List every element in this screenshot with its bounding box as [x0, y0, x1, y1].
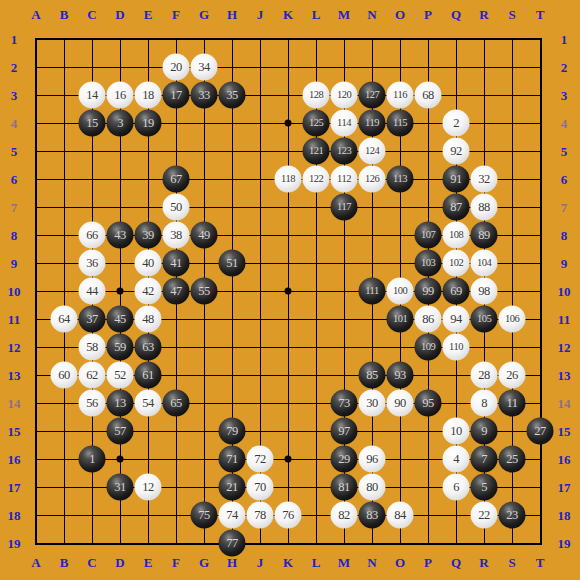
col-label-top-T: T: [536, 8, 545, 21]
move-number: 85: [366, 369, 378, 382]
row-label-left-12: 12: [8, 341, 21, 354]
move-number: 89: [478, 229, 490, 242]
move-number: 112: [337, 174, 351, 185]
move-number: 80: [366, 481, 378, 494]
move-number: 34: [198, 61, 210, 74]
move-number: 59: [114, 341, 126, 354]
move-number: 106: [505, 314, 519, 325]
move-number: 16: [114, 89, 126, 102]
stone-black-35-H3[interactable]: 35: [219, 82, 246, 109]
move-number: 92: [450, 145, 462, 158]
move-number: 54: [142, 397, 154, 410]
row-label-left-17: 17: [8, 481, 21, 494]
move-number: 67: [170, 173, 182, 186]
row-label-right-12: 12: [558, 341, 571, 354]
row-label-right-2: 2: [561, 61, 568, 74]
row-label-left-6: 6: [11, 173, 18, 186]
stone-black-109-P12[interactable]: 109: [415, 334, 442, 361]
stone-black-73-M14[interactable]: 73: [331, 390, 358, 417]
row-label-left-4: 4: [11, 117, 18, 130]
move-number: 7: [481, 453, 487, 466]
stone-white-56-C14[interactable]: 56: [79, 390, 106, 417]
stone-black-15-C4[interactable]: 15: [79, 110, 106, 137]
row-label-left-3: 3: [11, 89, 18, 102]
stone-white-18-E3[interactable]: 18: [135, 82, 162, 109]
stone-white-84-O18[interactable]: 84: [387, 502, 414, 529]
stone-white-96-N16[interactable]: 96: [359, 446, 386, 473]
col-label-top-F: F: [172, 8, 180, 21]
col-label-bottom-F: F: [172, 556, 180, 569]
stone-black-37-C11[interactable]: 37: [79, 306, 106, 333]
stone-black-49-G8[interactable]: 49: [191, 222, 218, 249]
stone-white-66-C8[interactable]: 66: [79, 222, 106, 249]
stone-white-98-R10[interactable]: 98: [471, 278, 498, 305]
stone-black-59-D12[interactable]: 59: [107, 334, 134, 361]
move-number: 32: [478, 173, 490, 186]
stone-black-17-F3[interactable]: 17: [163, 82, 190, 109]
stone-white-32-R6[interactable]: 32: [471, 166, 498, 193]
stone-white-50-F7[interactable]: 50: [163, 194, 190, 221]
stone-white-64-B11[interactable]: 64: [51, 306, 78, 333]
stone-white-82-M18[interactable]: 82: [331, 502, 358, 529]
stone-white-116-O3[interactable]: 116: [387, 82, 414, 109]
stone-white-90-O14[interactable]: 90: [387, 390, 414, 417]
move-number: 120: [337, 90, 351, 101]
row-label-right-19: 19: [558, 537, 571, 550]
move-number: 15: [86, 117, 98, 130]
move-number: 19: [142, 117, 154, 130]
stone-white-104-R9[interactable]: 104: [471, 250, 498, 277]
stone-black-55-G10[interactable]: 55: [191, 278, 218, 305]
move-number: 69: [450, 285, 462, 298]
move-number: 76: [282, 509, 294, 522]
stone-black-79-H15[interactable]: 79: [219, 418, 246, 445]
row-label-left-18: 18: [8, 509, 21, 522]
move-number: 23: [506, 509, 518, 522]
stone-black-27-T15[interactable]: 27: [527, 418, 554, 445]
col-label-top-P: P: [424, 8, 432, 21]
stone-white-52-D13[interactable]: 52: [107, 362, 134, 389]
row-label-right-15: 15: [558, 425, 571, 438]
col-label-bottom-T: T: [536, 556, 545, 569]
stone-white-118-K6[interactable]: 118: [275, 166, 302, 193]
stone-black-101-O11[interactable]: 101: [387, 306, 414, 333]
col-label-bottom-A: A: [31, 556, 40, 569]
stone-black-31-D17[interactable]: 31: [107, 474, 134, 501]
stone-black-87-Q7[interactable]: 87: [443, 194, 470, 221]
stone-black-61-E13[interactable]: 61: [135, 362, 162, 389]
row-label-left-15: 15: [8, 425, 21, 438]
stone-white-70-J17[interactable]: 70: [247, 474, 274, 501]
move-number: 128: [309, 90, 323, 101]
move-number: 102: [449, 258, 463, 269]
move-number: 115: [393, 118, 407, 129]
move-number: 3: [117, 117, 123, 130]
stone-white-40-E9[interactable]: 40: [135, 250, 162, 277]
move-number: 108: [449, 230, 463, 241]
stone-black-107-P8[interactable]: 107: [415, 222, 442, 249]
col-label-bottom-G: G: [199, 556, 209, 569]
col-label-bottom-R: R: [479, 556, 488, 569]
stone-white-60-B13[interactable]: 60: [51, 362, 78, 389]
move-number: 121: [309, 146, 323, 157]
stone-black-7-R16[interactable]: 7: [471, 446, 498, 473]
star-point-K10: [285, 288, 292, 295]
stone-white-108-Q8[interactable]: 108: [443, 222, 470, 249]
stone-white-128-L3[interactable]: 128: [303, 82, 330, 109]
move-number: 65: [170, 397, 182, 410]
col-label-top-R: R: [479, 8, 488, 21]
col-label-top-L: L: [312, 8, 321, 21]
col-label-bottom-K: K: [283, 556, 293, 569]
stone-black-93-O13[interactable]: 93: [387, 362, 414, 389]
col-label-bottom-H: H: [227, 556, 237, 569]
stone-white-48-E11[interactable]: 48: [135, 306, 162, 333]
move-number: 83: [366, 509, 378, 522]
move-number: 127: [365, 90, 379, 101]
row-label-right-6: 6: [561, 173, 568, 186]
stone-white-114-M4[interactable]: 114: [331, 110, 358, 137]
stone-black-105-R11[interactable]: 105: [471, 306, 498, 333]
move-number: 71: [226, 453, 238, 466]
stone-white-100-O10[interactable]: 100: [387, 278, 414, 305]
move-number: 10: [450, 425, 462, 438]
stone-white-16-D3[interactable]: 16: [107, 82, 134, 109]
move-number: 42: [142, 285, 154, 298]
stone-black-103-P9[interactable]: 103: [415, 250, 442, 277]
col-label-bottom-O: O: [395, 556, 405, 569]
move-number: 26: [506, 369, 518, 382]
stone-white-76-K18[interactable]: 76: [275, 502, 302, 529]
stone-black-111-N10[interactable]: 111: [359, 278, 386, 305]
move-number: 5: [481, 481, 487, 494]
stone-white-4-Q16[interactable]: 4: [443, 446, 470, 473]
move-number: 11: [506, 397, 517, 410]
move-number: 123: [337, 146, 351, 157]
move-number: 116: [393, 90, 407, 101]
move-number: 22: [478, 509, 490, 522]
row-label-right-14: 14: [558, 397, 571, 410]
move-number: 29: [338, 453, 350, 466]
stone-white-8-R14[interactable]: 8: [471, 390, 498, 417]
col-label-bottom-J: J: [257, 556, 264, 569]
stone-black-9-R15[interactable]: 9: [471, 418, 498, 445]
move-number: 30: [366, 397, 378, 410]
move-number: 51: [226, 257, 238, 270]
stone-black-47-F10[interactable]: 47: [163, 278, 190, 305]
stone-white-78-J18[interactable]: 78: [247, 502, 274, 529]
row-label-left-11: 11: [8, 313, 20, 326]
stone-white-36-C9[interactable]: 36: [79, 250, 106, 277]
stone-white-92-Q5[interactable]: 92: [443, 138, 470, 165]
move-number: 119: [365, 118, 379, 129]
stone-black-125-L4[interactable]: 125: [303, 110, 330, 137]
move-number: 49: [198, 229, 210, 242]
col-label-bottom-B: B: [60, 556, 69, 569]
move-number: 104: [477, 258, 491, 269]
stone-black-97-M15[interactable]: 97: [331, 418, 358, 445]
stone-black-5-R17[interactable]: 5: [471, 474, 498, 501]
row-label-right-7: 7: [561, 201, 568, 214]
row-label-left-7: 7: [11, 201, 18, 214]
stone-white-112-M6[interactable]: 112: [331, 166, 358, 193]
row-label-left-5: 5: [11, 145, 18, 158]
stone-white-28-R13[interactable]: 28: [471, 362, 498, 389]
col-label-bottom-M: M: [338, 556, 350, 569]
stone-black-117-M7[interactable]: 117: [331, 194, 358, 221]
move-number: 113: [393, 174, 407, 185]
stone-black-91-Q6[interactable]: 91: [443, 166, 470, 193]
move-number: 64: [58, 313, 70, 326]
stone-black-57-D15[interactable]: 57: [107, 418, 134, 445]
move-number: 111: [365, 286, 378, 297]
move-number: 25: [506, 453, 518, 466]
stone-black-123-M5[interactable]: 123: [331, 138, 358, 165]
col-label-top-A: A: [31, 8, 40, 21]
stone-black-25-S16[interactable]: 25: [499, 446, 526, 473]
stone-black-3-D4[interactable]: 3: [107, 110, 134, 137]
row-label-left-14: 14: [8, 397, 21, 410]
stone-white-126-N6[interactable]: 126: [359, 166, 386, 193]
stone-black-99-P10[interactable]: 99: [415, 278, 442, 305]
stone-white-44-C10[interactable]: 44: [79, 278, 106, 305]
stone-white-68-P3[interactable]: 68: [415, 82, 442, 109]
col-label-bottom-Q: Q: [451, 556, 461, 569]
move-number: 41: [170, 257, 182, 270]
stone-black-11-S14[interactable]: 11: [499, 390, 526, 417]
move-number: 77: [226, 537, 238, 550]
go-board[interactable]: AABBCCDDEEFFGGHHJJKKLLMMNNOOPPQQRRSSTT11…: [0, 0, 580, 580]
stone-black-127-N3[interactable]: 127: [359, 82, 386, 109]
move-number: 47: [170, 285, 182, 298]
move-number: 33: [198, 89, 210, 102]
stone-white-58-C12[interactable]: 58: [79, 334, 106, 361]
stone-black-23-S18[interactable]: 23: [499, 502, 526, 529]
move-number: 99: [422, 285, 434, 298]
move-number: 39: [142, 229, 154, 242]
stone-black-89-R8[interactable]: 89: [471, 222, 498, 249]
stone-white-42-E10[interactable]: 42: [135, 278, 162, 305]
stone-white-88-R7[interactable]: 88: [471, 194, 498, 221]
star-point-D16: [117, 456, 124, 463]
move-number: 78: [254, 509, 266, 522]
stone-white-106-S11[interactable]: 106: [499, 306, 526, 333]
move-number: 44: [86, 285, 98, 298]
stone-white-94-Q11[interactable]: 94: [443, 306, 470, 333]
col-label-top-G: G: [199, 8, 209, 21]
row-label-right-5: 5: [561, 145, 568, 158]
move-number: 79: [226, 425, 238, 438]
row-label-right-18: 18: [558, 509, 571, 522]
move-number: 72: [254, 453, 266, 466]
col-label-top-N: N: [367, 8, 376, 21]
row-label-right-17: 17: [558, 481, 571, 494]
move-number: 52: [114, 369, 126, 382]
move-number: 28: [478, 369, 490, 382]
stone-white-74-H18[interactable]: 74: [219, 502, 246, 529]
row-label-left-16: 16: [8, 453, 21, 466]
move-number: 122: [309, 174, 323, 185]
stone-white-30-N14[interactable]: 30: [359, 390, 386, 417]
row-label-right-16: 16: [558, 453, 571, 466]
move-number: 8: [481, 397, 487, 410]
move-number: 48: [142, 313, 154, 326]
move-number: 114: [337, 118, 351, 129]
col-label-bottom-D: D: [115, 556, 124, 569]
move-number: 100: [393, 286, 407, 297]
move-number: 45: [114, 313, 126, 326]
move-number: 73: [338, 397, 350, 410]
stone-white-10-Q15[interactable]: 10: [443, 418, 470, 445]
move-number: 84: [394, 509, 406, 522]
row-label-right-3: 3: [561, 89, 568, 102]
stone-black-75-G18[interactable]: 75: [191, 502, 218, 529]
stone-white-22-R18[interactable]: 22: [471, 502, 498, 529]
move-number: 105: [477, 314, 491, 325]
move-number: 57: [114, 425, 126, 438]
stone-white-124-N5[interactable]: 124: [359, 138, 386, 165]
row-label-right-1: 1: [561, 33, 568, 46]
row-label-left-8: 8: [11, 229, 18, 242]
stone-black-113-O6[interactable]: 113: [387, 166, 414, 193]
stone-black-83-N18[interactable]: 83: [359, 502, 386, 529]
col-label-top-K: K: [283, 8, 293, 21]
stone-white-34-G2[interactable]: 34: [191, 54, 218, 81]
stone-black-121-L5[interactable]: 121: [303, 138, 330, 165]
stone-black-45-D11[interactable]: 45: [107, 306, 134, 333]
col-label-top-O: O: [395, 8, 405, 21]
col-label-top-J: J: [257, 8, 264, 21]
move-number: 40: [142, 257, 154, 270]
stone-black-67-F6[interactable]: 67: [163, 166, 190, 193]
stone-white-26-S13[interactable]: 26: [499, 362, 526, 389]
stone-white-54-E14[interactable]: 54: [135, 390, 162, 417]
stone-white-102-Q9[interactable]: 102: [443, 250, 470, 277]
move-number: 17: [170, 89, 182, 102]
move-number: 27: [534, 425, 546, 438]
col-label-top-S: S: [508, 8, 515, 21]
stone-black-85-N13[interactable]: 85: [359, 362, 386, 389]
move-number: 63: [142, 341, 154, 354]
stone-white-62-C13[interactable]: 62: [79, 362, 106, 389]
row-label-right-10: 10: [558, 285, 571, 298]
move-number: 118: [281, 174, 295, 185]
move-number: 110: [449, 342, 463, 353]
move-number: 37: [86, 313, 98, 326]
move-number: 2: [453, 117, 459, 130]
row-label-left-9: 9: [11, 257, 18, 270]
stone-white-14-C3[interactable]: 14: [79, 82, 106, 109]
stone-black-69-Q10[interactable]: 69: [443, 278, 470, 305]
stone-black-19-E4[interactable]: 19: [135, 110, 162, 137]
col-label-top-D: D: [115, 8, 124, 21]
stone-white-12-E17[interactable]: 12: [135, 474, 162, 501]
col-label-bottom-N: N: [367, 556, 376, 569]
stone-white-80-N17[interactable]: 80: [359, 474, 386, 501]
stone-black-115-O4[interactable]: 115: [387, 110, 414, 137]
move-number: 38: [170, 229, 182, 242]
stone-black-13-D14[interactable]: 13: [107, 390, 134, 417]
col-label-bottom-P: P: [424, 556, 432, 569]
move-number: 14: [86, 89, 98, 102]
move-number: 56: [86, 397, 98, 410]
row-label-right-13: 13: [558, 369, 571, 382]
stone-black-29-M16[interactable]: 29: [331, 446, 358, 473]
move-number: 61: [142, 369, 154, 382]
move-number: 70: [254, 481, 266, 494]
move-number: 21: [226, 481, 238, 494]
move-number: 109: [421, 342, 435, 353]
star-point-K4: [285, 120, 292, 127]
stone-black-71-H16[interactable]: 71: [219, 446, 246, 473]
stone-black-119-N4[interactable]: 119: [359, 110, 386, 137]
move-number: 13: [114, 397, 126, 410]
move-number: 124: [365, 146, 379, 157]
stone-black-63-E12[interactable]: 63: [135, 334, 162, 361]
col-label-top-C: C: [87, 8, 96, 21]
move-number: 94: [450, 313, 462, 326]
row-label-left-1: 1: [11, 33, 18, 46]
stone-black-21-H17[interactable]: 21: [219, 474, 246, 501]
stone-black-77-H19[interactable]: 77: [219, 530, 246, 557]
move-number: 4: [453, 453, 459, 466]
move-number: 107: [421, 230, 435, 241]
move-number: 90: [394, 397, 406, 410]
stone-black-65-F14[interactable]: 65: [163, 390, 190, 417]
stone-white-20-F2[interactable]: 20: [163, 54, 190, 81]
move-number: 60: [58, 369, 70, 382]
col-label-top-H: H: [227, 8, 237, 21]
col-label-top-B: B: [60, 8, 69, 21]
move-number: 74: [226, 509, 238, 522]
move-number: 31: [114, 481, 126, 494]
stone-black-1-C16[interactable]: 1: [79, 446, 106, 473]
stone-white-2-Q4[interactable]: 2: [443, 110, 470, 137]
stone-white-120-M3[interactable]: 120: [331, 82, 358, 109]
stone-black-39-E8[interactable]: 39: [135, 222, 162, 249]
stone-white-72-J16[interactable]: 72: [247, 446, 274, 473]
move-number: 88: [478, 201, 490, 214]
stone-black-33-G3[interactable]: 33: [191, 82, 218, 109]
move-number: 82: [338, 509, 350, 522]
move-number: 98: [478, 285, 490, 298]
col-label-top-Q: Q: [451, 8, 461, 21]
stone-black-51-H9[interactable]: 51: [219, 250, 246, 277]
move-number: 66: [86, 229, 98, 242]
row-label-right-9: 9: [561, 257, 568, 270]
stone-black-41-F9[interactable]: 41: [163, 250, 190, 277]
col-label-bottom-C: C: [87, 556, 96, 569]
stone-white-110-Q12[interactable]: 110: [443, 334, 470, 361]
col-label-bottom-E: E: [144, 556, 153, 569]
stone-black-95-P14[interactable]: 95: [415, 390, 442, 417]
move-number: 95: [422, 397, 434, 410]
col-label-bottom-L: L: [312, 556, 321, 569]
stone-white-38-F8[interactable]: 38: [163, 222, 190, 249]
move-number: 86: [422, 313, 434, 326]
stone-black-81-M17[interactable]: 81: [331, 474, 358, 501]
row-label-right-8: 8: [561, 229, 568, 242]
move-number: 43: [114, 229, 126, 242]
move-number: 36: [86, 257, 98, 270]
stone-white-122-L6[interactable]: 122: [303, 166, 330, 193]
stone-white-86-P11[interactable]: 86: [415, 306, 442, 333]
move-number: 87: [450, 201, 462, 214]
stone-black-43-D8[interactable]: 43: [107, 222, 134, 249]
stone-white-6-Q17[interactable]: 6: [443, 474, 470, 501]
move-number: 93: [394, 369, 406, 382]
move-number: 117: [337, 202, 351, 213]
